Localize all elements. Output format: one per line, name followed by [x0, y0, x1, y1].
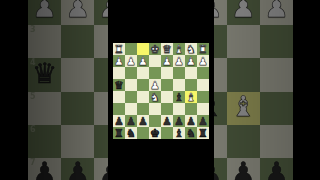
square-d7[interactable]: ♟ [161, 115, 173, 127]
square-b3 [227, 25, 260, 58]
square-d8[interactable] [161, 127, 173, 139]
square-e2[interactable] [149, 55, 161, 67]
square-a3[interactable] [197, 67, 209, 79]
square-g8[interactable]: ♞ [125, 127, 137, 139]
piece-bP-b7: ♟ [231, 159, 256, 180]
square-f2[interactable]: ♟ [137, 55, 149, 67]
square-a5 [260, 92, 293, 125]
piece-wB-b5: ♝ [231, 93, 256, 121]
square-e6[interactable] [149, 103, 161, 115]
square-h2: 2♟ [28, 0, 61, 25]
square-g4 [61, 58, 94, 91]
piece-bR-h8[interactable]: ♜ [114, 127, 124, 138]
piece-wP-a2: ♟ [264, 0, 289, 22]
piece-wP-a2[interactable]: ♟ [198, 55, 208, 66]
square-h5: 5 [28, 92, 61, 125]
square-g3 [61, 25, 94, 58]
piece-bP-c7[interactable]: ♟ [174, 115, 184, 126]
chess-board: ♜♚♛♝♞♜♟♟♟♟♟♟♟♛♟♞♝♝♟♟♟♟♟♟♟♜♞♚♝♞♜ [113, 43, 209, 139]
square-h4: 4♛ [28, 58, 61, 91]
square-f7[interactable]: ♟ [137, 115, 149, 127]
square-a2[interactable]: ♟ [197, 55, 209, 67]
piece-wP-h2: ♟ [32, 0, 57, 22]
piece-bP-a7: ♟ [264, 159, 289, 180]
piece-wR-a1[interactable]: ♜ [198, 43, 208, 54]
square-c2[interactable]: ♟ [173, 55, 185, 67]
piece-bP-b7[interactable]: ♟ [186, 115, 196, 126]
piece-bN-g8[interactable]: ♞ [126, 127, 136, 138]
square-e1[interactable]: ♚ [149, 43, 161, 55]
piece-wK-e1[interactable]: ♚ [150, 43, 160, 54]
piece-bQ-h4: ♛ [32, 60, 57, 88]
square-h2[interactable]: ♟ [113, 55, 125, 67]
square-b5[interactable]: ♝ [185, 91, 197, 103]
piece-wP-b2[interactable]: ♟ [186, 55, 196, 66]
square-a4[interactable] [197, 79, 209, 91]
piece-bK-e8[interactable]: ♚ [150, 127, 160, 138]
square-h7: 7♟ [28, 158, 61, 180]
square-a6 [260, 125, 293, 158]
square-b2[interactable]: ♟ [185, 55, 197, 67]
square-a7: ♟ [260, 158, 293, 180]
piece-bP-h7: ♟ [32, 159, 57, 180]
square-b7: ♟ [227, 158, 260, 180]
piece-wN-b1[interactable]: ♞ [186, 43, 196, 54]
video-frame: 1♜♚♛♝♞♜2♟♟♟♟♟♟♟34♛♟5♞♝♝67♟♟♟♟♟♟♟8♜♞♚♝♞♜ … [0, 0, 320, 180]
rank-coordinate-5: 5 [30, 93, 36, 101]
square-g3[interactable] [125, 67, 137, 79]
square-h8[interactable]: ♜ [113, 127, 125, 139]
square-b3[interactable] [185, 67, 197, 79]
piece-wP-g2[interactable]: ♟ [126, 55, 136, 66]
piece-bP-f7[interactable]: ♟ [138, 115, 148, 126]
piece-wN-e5[interactable]: ♞ [150, 91, 160, 102]
square-c3[interactable] [173, 67, 185, 79]
square-g5[interactable] [125, 91, 137, 103]
square-g5 [61, 92, 94, 125]
square-g6 [61, 125, 94, 158]
square-f4[interactable] [137, 79, 149, 91]
square-b2: ♟ [227, 0, 260, 25]
piece-wP-g2: ♟ [65, 0, 90, 22]
piece-bP-g7[interactable]: ♟ [126, 115, 136, 126]
rank-coordinate-6: 6 [30, 126, 36, 134]
piece-bR-a8[interactable]: ♜ [198, 127, 208, 138]
square-d2[interactable]: ♟ [161, 55, 173, 67]
square-h3: 3 [28, 25, 61, 58]
piece-wP-f2[interactable]: ♟ [138, 55, 148, 66]
square-g7: ♟ [61, 158, 94, 180]
rank-coordinate-3: 3 [30, 26, 36, 34]
piece-wR-h1[interactable]: ♜ [114, 43, 124, 54]
piece-bQ-h4[interactable]: ♛ [114, 79, 124, 90]
piece-wB-c1[interactable]: ♝ [174, 43, 184, 54]
square-d5[interactable] [161, 91, 173, 103]
square-g2: ♟ [61, 0, 94, 25]
square-b5: ♝ [227, 92, 260, 125]
square-g4[interactable] [125, 79, 137, 91]
square-c5[interactable]: ♝ [173, 91, 185, 103]
piece-wP-h2[interactable]: ♟ [114, 55, 124, 66]
piece-wP-e4[interactable]: ♟ [150, 79, 160, 90]
square-a4 [260, 58, 293, 91]
piece-wB-b5[interactable]: ♝ [186, 91, 196, 102]
square-f8[interactable] [137, 127, 149, 139]
square-a2: ♟ [260, 0, 293, 25]
square-d3[interactable] [161, 67, 173, 79]
piece-bN-b8[interactable]: ♞ [186, 127, 196, 138]
piece-bP-h7[interactable]: ♟ [114, 115, 124, 126]
square-b4 [227, 58, 260, 91]
piece-bB-c8[interactable]: ♝ [174, 127, 184, 138]
square-h5[interactable] [113, 91, 125, 103]
piece-bB-c5[interactable]: ♝ [174, 91, 184, 102]
square-a5[interactable] [197, 91, 209, 103]
square-d4[interactable] [161, 79, 173, 91]
chess-board-grid: ♜♚♛♝♞♜♟♟♟♟♟♟♟♛♟♞♝♝♟♟♟♟♟♟♟♜♞♚♝♞♜ [113, 43, 209, 139]
square-e8[interactable]: ♚ [149, 127, 161, 139]
piece-wP-d2[interactable]: ♟ [162, 55, 172, 66]
square-a8[interactable]: ♜ [197, 127, 209, 139]
square-f5[interactable] [137, 91, 149, 103]
square-b8[interactable]: ♞ [185, 127, 197, 139]
square-c8[interactable]: ♝ [173, 127, 185, 139]
square-f3[interactable] [137, 67, 149, 79]
piece-wQ-d1[interactable]: ♛ [162, 43, 172, 54]
square-h6: 6 [28, 125, 61, 158]
square-g2[interactable]: ♟ [125, 55, 137, 67]
piece-bP-g7: ♟ [65, 159, 90, 180]
piece-bP-d7[interactable]: ♟ [162, 115, 172, 126]
square-a3 [260, 25, 293, 58]
piece-wP-b2: ♟ [231, 0, 256, 22]
square-b6 [227, 125, 260, 158]
square-e5[interactable]: ♞ [149, 91, 161, 103]
square-h4[interactable]: ♛ [113, 79, 125, 91]
piece-wP-c2[interactable]: ♟ [174, 55, 184, 66]
piece-bP-a7[interactable]: ♟ [198, 115, 208, 126]
